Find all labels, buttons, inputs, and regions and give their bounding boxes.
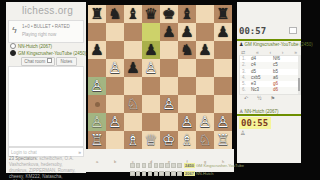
- resign-flag-icon[interactable]: ⚑: [270, 95, 274, 101]
- game-actions: ↶ ½ ⚑: [244, 95, 284, 101]
- time-control-label: 1+0 • BULLET • RATED: [22, 24, 70, 29]
- mini-glyph: [142, 171, 147, 176]
- square-b6[interactable]: [106, 41, 124, 59]
- square-g2[interactable]: ♙: [196, 113, 214, 131]
- square-b7[interactable]: [106, 23, 124, 41]
- square-f8[interactable]: ♝: [178, 5, 196, 23]
- square-h8[interactable]: ♜: [214, 5, 232, 23]
- white-pawn: ♙: [178, 113, 196, 131]
- white-pawn: ♙: [142, 59, 160, 77]
- notes-tab-label: Notes: [61, 59, 73, 64]
- square-d8[interactable]: ♛: [142, 5, 160, 23]
- mini-glyph: [148, 171, 153, 176]
- move-san[interactable]: d6: [273, 87, 278, 93]
- black-pawn-icon: ♟: [239, 41, 243, 47]
- lightning-icon: ϟ: [12, 25, 17, 35]
- square-f6[interactable]: ♞: [178, 41, 196, 59]
- top-player-line[interactable]: ♟GM Kingscrusher-YouTube (2450): [239, 41, 313, 47]
- square-f2[interactable]: ♙: [178, 113, 196, 131]
- square-d3[interactable]: [142, 95, 160, 113]
- square-f3[interactable]: [178, 95, 196, 113]
- below-board-strip: abcdefgh 2450GM Kingscrusher-YouTube 206…: [86, 149, 234, 172]
- square-h3[interactable]: [214, 95, 232, 113]
- square-h4[interactable]: [214, 77, 232, 95]
- white-king: ♔: [160, 131, 178, 149]
- move-san[interactable]: Nc3: [251, 87, 273, 93]
- file-label-b: b: [106, 159, 124, 164]
- square-e6[interactable]: [160, 41, 178, 59]
- white-knight: ♘: [196, 131, 214, 149]
- black-player-label: GM Kingscrusher-YouTube (2450): [18, 51, 86, 56]
- lichess-logo[interactable]: lichess.org: [22, 5, 73, 16]
- move-list-scrollbar[interactable]: [298, 56, 300, 94]
- square-c2[interactable]: [124, 113, 142, 131]
- game-side-panel: 00:57 ♟GM Kingscrusher-YouTube (2450) ⇄ …: [237, 2, 301, 163]
- video-frame: lichess.org ϟ 1+0 • BULLET • RATED Playi…: [0, 0, 320, 180]
- square-h7[interactable]: ♟: [214, 23, 232, 41]
- black-pawn: ♟: [142, 41, 160, 59]
- square-g4[interactable]: [196, 77, 214, 95]
- spectators-heading: 23 Spectators:: [9, 156, 38, 161]
- square-c8[interactable]: ♝: [124, 5, 142, 23]
- white-pawn: ♙: [160, 95, 178, 113]
- chat-room-toggle[interactable]: Chat room: [21, 57, 55, 66]
- white-knight: ♘: [124, 95, 142, 113]
- square-a6[interactable]: ♟: [88, 41, 106, 59]
- square-c3[interactable]: ♘: [124, 95, 142, 113]
- square-a1[interactable]: ♖: [88, 131, 106, 149]
- square-e3[interactable]: ♙: [160, 95, 178, 113]
- black-disc-icon: [10, 50, 16, 56]
- square-f1[interactable]: ♗: [178, 131, 196, 149]
- square-e7[interactable]: ♟: [160, 23, 178, 41]
- mini-glyph: [177, 171, 182, 176]
- square-a4[interactable]: ♙: [88, 77, 106, 95]
- game-info-card: ϟ 1+0 • BULLET • RATED Playing right now: [8, 20, 84, 43]
- square-a5[interactable]: [88, 59, 106, 77]
- mini-glyph: [154, 171, 159, 176]
- chat-send-icon[interactable]: »: [78, 149, 81, 155]
- square-g8[interactable]: [196, 5, 214, 23]
- square-a8[interactable]: ♜: [88, 5, 106, 23]
- captured-pawn-icon: ♙: [240, 129, 245, 136]
- black-knight: ♞: [178, 41, 196, 59]
- chat-tab-label: Chat room: [24, 59, 45, 64]
- chess-board[interactable]: ♜♞♝♛♚♝♜♟♟♟♟♟♞♟♙♟♙♙♘♙♙♙♙♙♙♖♗♕♔♗♘♖: [88, 5, 232, 149]
- square-h2[interactable]: ♙: [214, 113, 232, 131]
- rating-badge: 2067: [184, 171, 195, 176]
- left-panel: lichess.org ϟ 1+0 • BULLET • RATED Playi…: [6, 2, 86, 173]
- draw-offer-icon[interactable]: ½: [257, 95, 261, 101]
- square-e5[interactable]: [160, 59, 178, 77]
- move-row[interactable]: 6.Nc3d6: [240, 87, 300, 93]
- black-bishop: ♝: [124, 5, 142, 23]
- white-pawn: ♙: [88, 113, 106, 131]
- mini-glyph: [159, 171, 164, 176]
- file-label-a: a: [88, 159, 106, 164]
- square-a3[interactable]: [88, 95, 106, 113]
- white-rook: ♖: [88, 131, 106, 149]
- black-pawn: ♟: [160, 23, 178, 41]
- square-d7[interactable]: [142, 23, 160, 41]
- square-f4[interactable]: [178, 77, 196, 95]
- white-clock-active: 00:55: [239, 117, 271, 129]
- player-bar-name: NN-Hutch: [196, 171, 214, 176]
- square-b3[interactable]: [106, 95, 124, 113]
- square-d2[interactable]: [142, 113, 160, 131]
- square-d4[interactable]: [142, 77, 160, 95]
- black-rook: ♜: [88, 5, 106, 23]
- square-g1[interactable]: ♘: [196, 131, 214, 149]
- spectators-block: 23 Spectators: scheibchen, O.A. Vashchen…: [9, 156, 82, 180]
- white-player-label: NN-Hutch (2067): [18, 44, 52, 49]
- black-player-link[interactable]: GM Kingscrusher-YouTube (2450): [10, 50, 86, 56]
- game-status-label: Playing right now: [22, 32, 56, 37]
- black-pawn: ♟: [178, 23, 196, 41]
- square-d5[interactable]: ♙: [142, 59, 160, 77]
- square-b1[interactable]: [106, 131, 124, 149]
- chat-placeholder: Login to chat: [11, 150, 37, 155]
- top-player-name: GM Kingscrusher-YouTube (2450): [244, 42, 312, 47]
- tv-icon[interactable]: [289, 27, 297, 34]
- square-f5[interactable]: [178, 59, 196, 77]
- white-bishop: ♗: [124, 131, 142, 149]
- white-bishop: ♗: [178, 131, 196, 149]
- square-b8[interactable]: ♞: [106, 5, 124, 23]
- white-pawn: ♙: [106, 113, 124, 131]
- white-player-link[interactable]: NN-Hutch (2067): [10, 43, 52, 49]
- mini-glyph: [130, 171, 135, 176]
- square-g7[interactable]: [196, 23, 214, 41]
- player-bar-white[interactable]: 2067NN-Hutch: [130, 164, 213, 170]
- square-b4[interactable]: [106, 77, 124, 95]
- notes-tab[interactable]: Notes: [56, 57, 77, 66]
- chat-messages-box[interactable]: [8, 66, 84, 147]
- square-c1[interactable]: ♗: [124, 131, 142, 149]
- square-a7[interactable]: [88, 23, 106, 41]
- white-disc-icon: [10, 43, 16, 49]
- square-d6[interactable]: ♟: [142, 41, 160, 59]
- square-d1[interactable]: ♕: [142, 131, 160, 149]
- white-rook: ♖: [214, 131, 232, 149]
- mini-glyph: [165, 171, 170, 176]
- move-list[interactable]: 1.d4Nf62.c4c53.d5b54.cxb5a65.e3g66.Nc3d6: [239, 55, 301, 95]
- takeback-icon[interactable]: ↶: [244, 95, 248, 101]
- file-coordinates: abcdefgh: [88, 149, 232, 154]
- black-clock: 00:57: [239, 26, 266, 36]
- black-knight: ♞: [106, 5, 124, 23]
- black-pawn: ♟: [88, 41, 106, 59]
- white-pawn: ♙: [214, 113, 232, 131]
- square-e2[interactable]: [160, 113, 178, 131]
- square-e8[interactable]: ♚: [160, 5, 178, 23]
- square-b2[interactable]: ♙: [106, 113, 124, 131]
- square-h6[interactable]: [214, 41, 232, 59]
- bottom-player-underline: [237, 114, 301, 116]
- square-h1[interactable]: ♖: [214, 131, 232, 149]
- square-g5[interactable]: [196, 59, 214, 77]
- square-e4[interactable]: [160, 77, 178, 95]
- move-number: 6.: [240, 87, 251, 93]
- black-king: ♚: [160, 5, 178, 23]
- chat-checkbox-icon: [47, 58, 52, 63]
- square-c4[interactable]: [124, 77, 142, 95]
- square-h5[interactable]: [214, 59, 232, 77]
- mini-glyph: [136, 171, 141, 176]
- black-bishop: ♝: [178, 5, 196, 23]
- scrollbar-thumb[interactable]: [298, 78, 300, 91]
- square-e1[interactable]: ♔: [160, 131, 178, 149]
- white-pawn: ♙: [196, 113, 214, 131]
- square-c6[interactable]: [124, 41, 142, 59]
- dragged-white-pawn: ♙: [88, 77, 106, 95]
- black-rook: ♜: [214, 5, 232, 23]
- square-c7[interactable]: [124, 23, 142, 41]
- white-pawn: ♙: [106, 59, 124, 77]
- square-g6[interactable]: ♟: [196, 41, 214, 59]
- legal-move-dot: [95, 102, 100, 107]
- square-c5[interactable]: ♟: [124, 59, 142, 77]
- black-pawn: ♟: [196, 41, 214, 59]
- square-a2[interactable]: ♙: [88, 113, 106, 131]
- white-queen: ♕: [142, 131, 160, 149]
- black-pawn: ♟: [214, 23, 232, 41]
- square-g3[interactable]: [196, 95, 214, 113]
- square-f7[interactable]: ♟: [178, 23, 196, 41]
- square-b5[interactable]: ♙: [106, 59, 124, 77]
- mini-glyph: [171, 171, 176, 176]
- black-queen: ♛: [142, 5, 160, 23]
- player-bar-black[interactable]: 2450GM Kingscrusher-YouTube: [130, 156, 244, 162]
- black-pawn: ♟: [124, 59, 142, 77]
